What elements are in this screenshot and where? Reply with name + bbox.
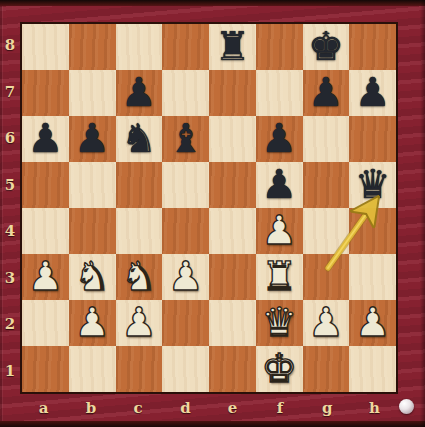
white-knight[interactable]: ♞ — [121, 254, 157, 298]
square-h7[interactable]: ♟ — [349, 70, 396, 116]
square-g6[interactable] — [303, 116, 350, 162]
square-d4[interactable] — [162, 208, 209, 254]
square-a1[interactable] — [22, 346, 69, 392]
square-h5[interactable]: ♛ — [349, 162, 396, 208]
square-b5[interactable] — [69, 162, 116, 208]
square-b2[interactable]: ♟ — [69, 300, 116, 346]
white-pawn[interactable]: ♟ — [308, 300, 344, 344]
white-knight[interactable]: ♞ — [74, 254, 110, 298]
chess-app-window: 87654321 ♜♚♟♟♟♟♟♞♝♟♟♛♟♟♞♞♟♜♟♟♛♟♟♚ abcdef… — [0, 0, 425, 427]
square-a7[interactable] — [22, 70, 69, 116]
square-c5[interactable] — [116, 162, 163, 208]
white-king[interactable]: ♚ — [261, 346, 297, 390]
frame-top-strip — [0, 0, 425, 6]
black-pawn[interactable]: ♟ — [27, 116, 63, 160]
square-d5[interactable] — [162, 162, 209, 208]
file-label-f: f — [256, 394, 303, 421]
black-pawn[interactable]: ♟ — [74, 116, 110, 160]
rank-label-8: 8 — [0, 22, 20, 69]
square-f1[interactable]: ♚ — [256, 346, 303, 392]
square-h4[interactable] — [349, 208, 396, 254]
square-b4[interactable] — [69, 208, 116, 254]
white-pawn[interactable]: ♟ — [168, 254, 204, 298]
rank-label-4: 4 — [0, 208, 20, 255]
square-a3[interactable]: ♟ — [22, 254, 69, 300]
square-e1[interactable] — [209, 346, 256, 392]
square-h1[interactable] — [349, 346, 396, 392]
square-c2[interactable]: ♟ — [116, 300, 163, 346]
white-pawn[interactable]: ♟ — [121, 300, 157, 344]
file-label-c: c — [115, 394, 162, 421]
square-g5[interactable] — [303, 162, 350, 208]
square-f3[interactable]: ♜ — [256, 254, 303, 300]
file-label-e: e — [209, 394, 256, 421]
square-d8[interactable] — [162, 24, 209, 70]
white-pawn[interactable]: ♟ — [74, 300, 110, 344]
file-label-d: d — [162, 394, 209, 421]
rank-labels: 87654321 — [0, 22, 20, 394]
square-e6[interactable] — [209, 116, 256, 162]
square-a8[interactable] — [22, 24, 69, 70]
black-pawn[interactable]: ♟ — [261, 116, 297, 160]
square-c3[interactable]: ♞ — [116, 254, 163, 300]
square-c6[interactable]: ♞ — [116, 116, 163, 162]
white-pawn[interactable]: ♟ — [355, 300, 391, 344]
square-c8[interactable] — [116, 24, 163, 70]
square-d6[interactable]: ♝ — [162, 116, 209, 162]
square-a2[interactable] — [22, 300, 69, 346]
rank-label-6: 6 — [0, 115, 20, 162]
square-g3[interactable] — [303, 254, 350, 300]
square-b8[interactable] — [69, 24, 116, 70]
black-knight[interactable]: ♞ — [121, 116, 157, 160]
black-pawn[interactable]: ♟ — [308, 70, 344, 114]
square-e5[interactable] — [209, 162, 256, 208]
white-rook[interactable]: ♜ — [261, 254, 297, 298]
rank-label-5: 5 — [0, 162, 20, 209]
file-label-b: b — [67, 394, 114, 421]
square-e8[interactable]: ♜ — [209, 24, 256, 70]
white-pawn[interactable]: ♟ — [261, 208, 297, 252]
square-h3[interactable] — [349, 254, 396, 300]
frame-right-edge — [420, 0, 425, 427]
square-c7[interactable]: ♟ — [116, 70, 163, 116]
square-c1[interactable] — [116, 346, 163, 392]
square-b7[interactable] — [69, 70, 116, 116]
square-h2[interactable]: ♟ — [349, 300, 396, 346]
square-g8[interactable]: ♚ — [303, 24, 350, 70]
file-label-g: g — [304, 394, 351, 421]
square-d7[interactable] — [162, 70, 209, 116]
rank-label-7: 7 — [0, 69, 20, 116]
rank-label-1: 1 — [0, 348, 20, 395]
square-g1[interactable] — [303, 346, 350, 392]
square-a6[interactable]: ♟ — [22, 116, 69, 162]
white-queen[interactable]: ♛ — [261, 300, 297, 344]
chess-board: ♜♚♟♟♟♟♟♞♝♟♟♛♟♟♞♞♟♜♟♟♛♟♟♚ — [20, 22, 398, 394]
black-queen[interactable]: ♛ — [355, 162, 391, 206]
square-b3[interactable]: ♞ — [69, 254, 116, 300]
square-f2[interactable]: ♛ — [256, 300, 303, 346]
square-h8[interactable] — [349, 24, 396, 70]
square-g4[interactable] — [303, 208, 350, 254]
square-e3[interactable] — [209, 254, 256, 300]
white-pawn[interactable]: ♟ — [27, 254, 63, 298]
black-rook[interactable]: ♜ — [214, 24, 250, 68]
rank-label-3: 3 — [0, 255, 20, 302]
square-a5[interactable] — [22, 162, 69, 208]
file-labels: abcdefgh — [20, 394, 398, 421]
side-to-move-indicator — [399, 399, 414, 414]
square-e4[interactable] — [209, 208, 256, 254]
square-c4[interactable] — [116, 208, 163, 254]
square-f7[interactable] — [256, 70, 303, 116]
square-a4[interactable] — [22, 208, 69, 254]
square-f4[interactable]: ♟ — [256, 208, 303, 254]
square-h6[interactable] — [349, 116, 396, 162]
square-b1[interactable] — [69, 346, 116, 392]
square-f6[interactable]: ♟ — [256, 116, 303, 162]
rank-label-2: 2 — [0, 301, 20, 348]
square-f5[interactable]: ♟ — [256, 162, 303, 208]
square-f8[interactable] — [256, 24, 303, 70]
square-g7[interactable]: ♟ — [303, 70, 350, 116]
black-king[interactable]: ♚ — [308, 24, 344, 68]
square-e7[interactable] — [209, 70, 256, 116]
file-label-a: a — [20, 394, 67, 421]
black-bishop[interactable]: ♝ — [168, 116, 204, 160]
file-label-h: h — [351, 394, 398, 421]
square-d2[interactable] — [162, 300, 209, 346]
black-pawn[interactable]: ♟ — [355, 70, 391, 114]
frame-bottom-strip — [0, 421, 425, 427]
square-b6[interactable]: ♟ — [69, 116, 116, 162]
square-e2[interactable] — [209, 300, 256, 346]
square-d1[interactable] — [162, 346, 209, 392]
black-pawn[interactable]: ♟ — [121, 70, 157, 114]
square-d3[interactable]: ♟ — [162, 254, 209, 300]
black-pawn[interactable]: ♟ — [261, 162, 297, 206]
square-g2[interactable]: ♟ — [303, 300, 350, 346]
